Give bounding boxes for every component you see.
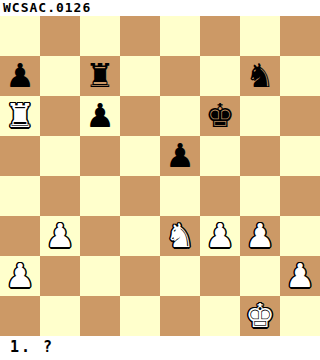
square-b6[interactable] [40, 96, 80, 136]
square-g1[interactable]: ♚ [240, 296, 280, 336]
square-g3[interactable]: ♟ [240, 216, 280, 256]
square-e2[interactable] [160, 256, 200, 296]
square-c2[interactable] [80, 256, 120, 296]
square-g2[interactable] [240, 256, 280, 296]
square-a2[interactable]: ♟ [0, 256, 40, 296]
puzzle-id: WCSAC.0126 [0, 0, 320, 16]
square-e5[interactable]: ♟ [160, 136, 200, 176]
square-h4[interactable] [280, 176, 320, 216]
square-d3[interactable] [120, 216, 160, 256]
square-c7[interactable]: ♜ [80, 56, 120, 96]
square-h1[interactable] [280, 296, 320, 336]
square-h7[interactable] [280, 56, 320, 96]
square-f4[interactable] [200, 176, 240, 216]
square-b7[interactable] [40, 56, 80, 96]
black-rook: ♜ [85, 56, 115, 96]
square-d4[interactable] [120, 176, 160, 216]
chess-program-window: WCSAC.0126 ♟♜♞♜♟♚♟♟♞♟♟♟♟♚ 1. ? [0, 0, 320, 360]
square-d8[interactable] [120, 16, 160, 56]
black-pawn: ♟ [5, 56, 35, 96]
square-e8[interactable] [160, 16, 200, 56]
square-g6[interactable] [240, 96, 280, 136]
black-king: ♚ [205, 96, 235, 136]
square-h5[interactable] [280, 136, 320, 176]
black-knight: ♞ [245, 56, 275, 96]
square-b8[interactable] [40, 16, 80, 56]
square-a7[interactable]: ♟ [0, 56, 40, 96]
square-a6[interactable]: ♜ [0, 96, 40, 136]
white-rook: ♜ [5, 96, 35, 136]
black-pawn: ♟ [85, 96, 115, 136]
square-c5[interactable] [80, 136, 120, 176]
white-pawn: ♟ [45, 216, 75, 256]
square-b4[interactable] [40, 176, 80, 216]
square-a8[interactable] [0, 16, 40, 56]
square-h2[interactable]: ♟ [280, 256, 320, 296]
square-c1[interactable] [80, 296, 120, 336]
move-prompt: 1. ? [0, 336, 320, 360]
white-pawn: ♟ [205, 216, 235, 256]
chess-board: ♟♜♞♜♟♚♟♟♞♟♟♟♟♚ [0, 16, 320, 336]
white-pawn: ♟ [245, 216, 275, 256]
square-c3[interactable] [80, 216, 120, 256]
square-c6[interactable]: ♟ [80, 96, 120, 136]
square-e3[interactable]: ♞ [160, 216, 200, 256]
square-b3[interactable]: ♟ [40, 216, 80, 256]
square-b5[interactable] [40, 136, 80, 176]
square-e7[interactable] [160, 56, 200, 96]
square-f2[interactable] [200, 256, 240, 296]
square-d6[interactable] [120, 96, 160, 136]
white-pawn: ♟ [5, 256, 35, 296]
square-h6[interactable] [280, 96, 320, 136]
square-b1[interactable] [40, 296, 80, 336]
square-b2[interactable] [40, 256, 80, 296]
square-c8[interactable] [80, 16, 120, 56]
square-h8[interactable] [280, 16, 320, 56]
square-f3[interactable]: ♟ [200, 216, 240, 256]
white-king: ♚ [245, 296, 275, 336]
square-a5[interactable] [0, 136, 40, 176]
square-e4[interactable] [160, 176, 200, 216]
square-c4[interactable] [80, 176, 120, 216]
square-g5[interactable] [240, 136, 280, 176]
square-g8[interactable] [240, 16, 280, 56]
black-pawn: ♟ [165, 136, 195, 176]
square-a4[interactable] [0, 176, 40, 216]
square-e1[interactable] [160, 296, 200, 336]
square-d2[interactable] [120, 256, 160, 296]
square-d5[interactable] [120, 136, 160, 176]
square-f8[interactable] [200, 16, 240, 56]
square-g4[interactable] [240, 176, 280, 216]
square-f1[interactable] [200, 296, 240, 336]
square-e6[interactable] [160, 96, 200, 136]
square-a1[interactable] [0, 296, 40, 336]
square-a3[interactable] [0, 216, 40, 256]
square-d1[interactable] [120, 296, 160, 336]
square-f5[interactable] [200, 136, 240, 176]
white-knight: ♞ [165, 216, 195, 256]
square-d7[interactable] [120, 56, 160, 96]
square-f7[interactable] [200, 56, 240, 96]
white-pawn: ♟ [285, 256, 315, 296]
square-f6[interactable]: ♚ [200, 96, 240, 136]
square-g7[interactable]: ♞ [240, 56, 280, 96]
square-h3[interactable] [280, 216, 320, 256]
